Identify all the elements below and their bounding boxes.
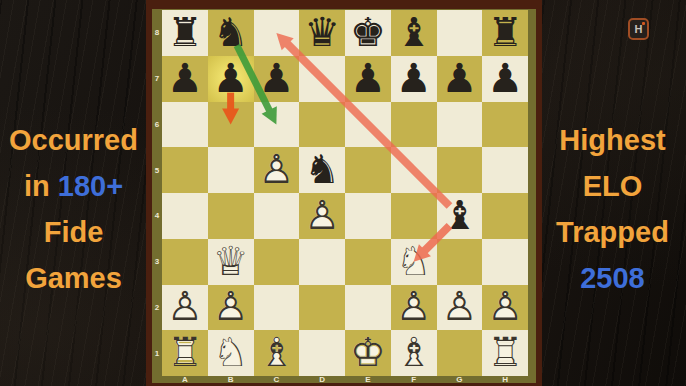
square-b8[interactable]: ♞ — [208, 10, 254, 56]
file-label-f: F — [391, 376, 437, 383]
white-bishop-f1: ♝♗ — [391, 330, 437, 376]
rank-label-4: 4 — [152, 193, 162, 239]
square-f5[interactable] — [391, 147, 437, 193]
white-queen-b3: ♛♕ — [208, 239, 254, 285]
black-knight-b8: ♞ — [208, 10, 254, 56]
chess-thumbnail: Occurred in 180+ Fide Games Highest ELO … — [0, 0, 686, 386]
square-b5[interactable] — [208, 147, 254, 193]
file-label-d: D — [299, 376, 345, 383]
white-pawn-f2: ♟♙ — [391, 285, 437, 331]
file-label-a: A — [162, 376, 208, 383]
file-label-e: E — [345, 376, 391, 383]
right-caption: Highest ELO Trapped 2508 — [539, 117, 686, 301]
white-pawn-b2: ♟♙ — [208, 285, 254, 331]
square-h4[interactable] — [482, 193, 528, 239]
left-caption-line-4: Games — [0, 255, 147, 301]
chess-board: 87654321 ♜♞♛♚♝♜♟♟♟♟♟♟♟♟♙♞♟♙♝♛♕♞♘♟♙♟♙♟♙♟♙… — [146, 0, 542, 386]
white-bishop-c1: ♝♗ — [254, 330, 300, 376]
black-pawn-f7: ♟ — [391, 56, 437, 102]
square-h5[interactable] — [482, 147, 528, 193]
rank-label-6: 6 — [152, 102, 162, 148]
square-e7[interactable]: ♟ — [345, 56, 391, 102]
square-c2[interactable] — [254, 285, 300, 331]
rank-label-7: 7 — [152, 56, 162, 102]
rank-label-2: 2 — [152, 285, 162, 331]
square-e3[interactable] — [345, 239, 391, 285]
left-caption-line-2: in 180+ — [0, 163, 147, 209]
black-pawn-g7: ♟ — [437, 56, 483, 102]
white-rook-a1: ♜♖ — [162, 330, 208, 376]
square-c1[interactable]: ♝♗ — [254, 330, 300, 376]
board-frame: 87654321 ♜♞♛♚♝♜♟♟♟♟♟♟♟♟♙♞♟♙♝♛♕♞♘♟♙♟♙♟♙♟♙… — [152, 9, 536, 383]
square-b4[interactable] — [208, 193, 254, 239]
file-label-h: H — [482, 376, 528, 383]
square-d6[interactable] — [299, 102, 345, 148]
square-c7[interactable]: ♟ — [254, 56, 300, 102]
square-b2[interactable]: ♟♙ — [208, 285, 254, 331]
square-e1[interactable]: ♚♔ — [345, 330, 391, 376]
square-h3[interactable] — [482, 239, 528, 285]
left-caption-line-3: Fide — [0, 209, 147, 255]
black-pawn-a7: ♟ — [162, 56, 208, 102]
square-g5[interactable] — [437, 147, 483, 193]
black-pawn-c7: ♟ — [254, 56, 300, 102]
left-caption: Occurred in 180+ Fide Games — [0, 117, 147, 301]
square-h7[interactable]: ♟ — [482, 56, 528, 102]
square-h1[interactable]: ♜♖ — [482, 330, 528, 376]
white-knight-b1: ♞♘ — [208, 330, 254, 376]
square-e6[interactable] — [345, 102, 391, 148]
square-e2[interactable] — [345, 285, 391, 331]
square-f1[interactable]: ♝♗ — [391, 330, 437, 376]
watermark-logo: H — [628, 18, 649, 40]
rank-label-8: 8 — [152, 10, 162, 56]
white-pawn-c5: ♟♙ — [254, 147, 300, 193]
square-a8[interactable]: ♜ — [162, 10, 208, 56]
square-c5[interactable]: ♟♙ — [254, 147, 300, 193]
square-h8[interactable]: ♜ — [482, 10, 528, 56]
square-d1[interactable] — [299, 330, 345, 376]
square-b6[interactable] — [208, 102, 254, 148]
square-e5[interactable] — [345, 147, 391, 193]
square-f2[interactable]: ♟♙ — [391, 285, 437, 331]
black-pawn-h7: ♟ — [482, 56, 528, 102]
white-king-e1: ♚♔ — [345, 330, 391, 376]
square-c6[interactable] — [254, 102, 300, 148]
right-caption-line-3: Trapped — [539, 209, 686, 255]
square-d2[interactable] — [299, 285, 345, 331]
white-pawn-d4: ♟♙ — [299, 193, 345, 239]
square-g1[interactable] — [437, 330, 483, 376]
square-f3[interactable]: ♞♘ — [391, 239, 437, 285]
games-count: 180+ — [58, 170, 123, 203]
right-caption-line-1: Highest — [539, 117, 686, 163]
black-pawn-b7: ♟ — [208, 56, 254, 102]
square-h6[interactable] — [482, 102, 528, 148]
square-g8[interactable] — [437, 10, 483, 56]
black-bishop-g4: ♝ — [437, 193, 483, 239]
square-f8[interactable]: ♝ — [391, 10, 437, 56]
square-g2[interactable]: ♟♙ — [437, 285, 483, 331]
square-a7[interactable]: ♟ — [162, 56, 208, 102]
square-b1[interactable]: ♞♘ — [208, 330, 254, 376]
rank-label-5: 5 — [152, 147, 162, 193]
square-a5[interactable] — [162, 147, 208, 193]
square-d4[interactable]: ♟♙ — [299, 193, 345, 239]
file-label-c: C — [254, 376, 300, 383]
square-c8[interactable] — [254, 10, 300, 56]
square-a6[interactable] — [162, 102, 208, 148]
rank-labels: 87654321 — [152, 10, 162, 376]
square-a1[interactable]: ♜♖ — [162, 330, 208, 376]
black-pawn-e7: ♟ — [345, 56, 391, 102]
square-a2[interactable]: ♟♙ — [162, 285, 208, 331]
square-g3[interactable] — [437, 239, 483, 285]
square-c4[interactable] — [254, 193, 300, 239]
black-king-e8: ♚ — [345, 10, 391, 56]
square-g7[interactable]: ♟ — [437, 56, 483, 102]
watermark-dot — [642, 22, 645, 25]
black-knight-d5: ♞ — [299, 147, 345, 193]
file-labels: ABCDEFGH — [162, 376, 528, 383]
square-e8[interactable]: ♚ — [345, 10, 391, 56]
file-label-b: B — [208, 376, 254, 383]
elo-rating: 2508 — [539, 255, 686, 301]
square-d8[interactable]: ♛ — [299, 10, 345, 56]
square-a3[interactable] — [162, 239, 208, 285]
left-caption-line-1: Occurred — [0, 117, 147, 163]
square-e4[interactable] — [345, 193, 391, 239]
square-h2[interactable]: ♟♙ — [482, 285, 528, 331]
black-rook-a8: ♜ — [162, 10, 208, 56]
square-g6[interactable] — [437, 102, 483, 148]
black-queen-d8: ♛ — [299, 10, 345, 56]
square-a4[interactable] — [162, 193, 208, 239]
square-f6[interactable] — [391, 102, 437, 148]
rank-label-3: 3 — [152, 239, 162, 285]
white-pawn-h2: ♟♙ — [482, 285, 528, 331]
rank-label-1: 1 — [152, 330, 162, 376]
square-c3[interactable] — [254, 239, 300, 285]
file-label-g: G — [437, 376, 483, 383]
square-f4[interactable] — [391, 193, 437, 239]
black-rook-h8: ♜ — [482, 10, 528, 56]
watermark-letter: H — [635, 24, 643, 35]
board-squares: ♜♞♛♚♝♜♟♟♟♟♟♟♟♟♙♞♟♙♝♛♕♞♘♟♙♟♙♟♙♟♙♟♙♜♖♞♘♝♗♚… — [162, 10, 528, 376]
white-rook-h1: ♜♖ — [482, 330, 528, 376]
white-pawn-g2: ♟♙ — [437, 285, 483, 331]
square-f7[interactable]: ♟ — [391, 56, 437, 102]
square-g4[interactable]: ♝ — [437, 193, 483, 239]
square-d3[interactable] — [299, 239, 345, 285]
square-b7[interactable]: ♟ — [208, 56, 254, 102]
black-bishop-f8: ♝ — [391, 10, 437, 56]
white-pawn-a2: ♟♙ — [162, 285, 208, 331]
square-b3[interactable]: ♛♕ — [208, 239, 254, 285]
white-knight-f3: ♞♘ — [391, 239, 437, 285]
square-d7[interactable] — [299, 56, 345, 102]
right-caption-line-2: ELO — [539, 163, 686, 209]
square-d5[interactable]: ♞ — [299, 147, 345, 193]
